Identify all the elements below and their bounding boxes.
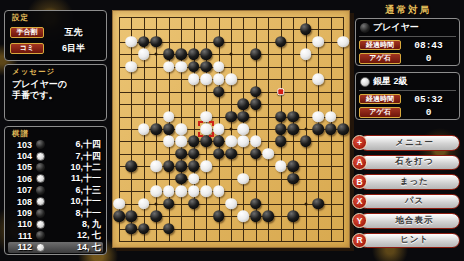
black-stone[interactable] — [151, 210, 163, 222]
black-stone[interactable] — [300, 24, 312, 36]
message-text: プレイヤーの 手番です。 — [8, 77, 103, 101]
black-stone[interactable] — [126, 161, 138, 173]
black-stone[interactable] — [138, 36, 150, 48]
white-stone-icon — [36, 220, 45, 229]
black-stone[interactable] — [225, 148, 237, 160]
black-stone[interactable] — [138, 223, 150, 235]
button-地合表示[interactable]: Y地合表示 — [352, 213, 462, 229]
white-stone[interactable] — [337, 36, 349, 48]
button-label: 石を打つ — [367, 156, 462, 168]
komi-label: コミ — [10, 43, 44, 54]
black-stone[interactable] — [225, 111, 237, 123]
go-game-screen: { "game": "go", "title": "通常対局", "settin… — [0, 0, 464, 261]
white-stone[interactable] — [213, 61, 225, 73]
black-stone[interactable] — [312, 123, 324, 135]
black-stone[interactable] — [200, 136, 212, 148]
white-stone[interactable] — [188, 73, 200, 85]
kifu-move-list[interactable]: 1036,十四1047,十四10510,十二10611,十一1076,十三108… — [8, 139, 103, 253]
black-stone[interactable] — [188, 198, 200, 210]
white-stone[interactable] — [225, 73, 237, 85]
black-stone[interactable] — [287, 161, 299, 173]
white-stone[interactable] — [163, 136, 175, 148]
black-stone[interactable] — [250, 98, 262, 110]
captures-row: アゲ石0 — [359, 53, 456, 64]
handicap-row: 手合割 互先 — [8, 26, 103, 39]
settings-header: 設定 — [8, 13, 103, 23]
white-stone[interactable] — [250, 136, 262, 148]
white-stone[interactable] — [138, 49, 150, 61]
white-stone[interactable] — [163, 185, 175, 197]
white-stone[interactable] — [263, 148, 275, 160]
captures-label: アゲ石 — [359, 107, 401, 118]
black-stone[interactable] — [175, 173, 187, 185]
elapsed-time-label: 経過時間 — [359, 40, 401, 51]
button-label: メニュー — [367, 137, 462, 149]
game-mode-title: 通常対局 — [354, 4, 462, 17]
star-point — [230, 128, 233, 131]
white-stone[interactable] — [300, 49, 312, 61]
black-stone[interactable] — [126, 223, 138, 235]
move-number: 109 — [10, 208, 32, 218]
black-stone[interactable] — [275, 111, 287, 123]
message-header: メッセージ — [8, 67, 103, 77]
black-stone[interactable] — [250, 86, 262, 98]
white-stone[interactable] — [113, 198, 125, 210]
black-stone[interactable] — [325, 123, 337, 135]
board-cursor[interactable] — [198, 121, 214, 137]
star-point — [230, 53, 233, 56]
black-stone[interactable] — [163, 123, 175, 135]
white-stone[interactable] — [213, 123, 225, 135]
captures-row: アゲ石0 — [359, 107, 456, 118]
black-stone-icon — [36, 231, 45, 240]
white-stone-icon — [36, 174, 45, 183]
black-stone[interactable] — [238, 98, 250, 110]
white-stone[interactable] — [175, 185, 187, 197]
black-stone[interactable] — [175, 49, 187, 61]
white-stone[interactable] — [213, 73, 225, 85]
black-stone[interactable] — [200, 61, 212, 73]
button-石を打つ[interactable]: A石を打つ — [352, 155, 462, 171]
white-stone[interactable] — [325, 111, 337, 123]
black-stone[interactable] — [312, 198, 324, 210]
button-label: ヒント — [367, 234, 462, 246]
black-stone[interactable] — [188, 136, 200, 148]
elapsed-time-row: 経過時間05:32 — [359, 94, 456, 105]
black-stone[interactable] — [151, 36, 163, 48]
settings-panel: 設定 手合割 互先 コミ 6目半 — [4, 10, 107, 61]
player-card-2: 銀星 2級経過時間05:32アゲ石0 — [355, 72, 460, 120]
button-label: まった — [367, 176, 462, 188]
grid-line-h — [119, 179, 344, 180]
button-label: 地合表示 — [367, 215, 462, 227]
white-stone[interactable] — [238, 136, 250, 148]
move-number: 110 — [10, 219, 32, 229]
black-stone[interactable] — [163, 161, 175, 173]
move-number: 112 — [10, 242, 32, 252]
captures-label: アゲ石 — [359, 53, 401, 64]
star-point — [304, 202, 307, 205]
captures-value: 0 — [401, 107, 456, 118]
white-stone[interactable] — [175, 123, 187, 135]
message-panel: メッセージ プレイヤーの 手番です。 — [4, 64, 107, 121]
controller-key-icon: A — [352, 155, 367, 170]
white-stone-icon — [36, 197, 45, 206]
white-stone[interactable] — [200, 73, 212, 85]
black-stone[interactable] — [337, 123, 349, 135]
star-point — [155, 53, 158, 56]
white-stone[interactable] — [238, 123, 250, 135]
black-stone[interactable] — [200, 49, 212, 61]
black-stone[interactable] — [213, 210, 225, 222]
black-stone[interactable] — [163, 223, 175, 235]
white-stone-icon — [36, 152, 45, 161]
black-stone[interactable] — [238, 111, 250, 123]
player-name: プレイヤー — [373, 21, 419, 34]
elapsed-time-value: 08:43 — [401, 40, 456, 51]
black-stone[interactable] — [126, 210, 138, 222]
black-stone[interactable] — [163, 49, 175, 61]
go-board[interactable] — [112, 10, 350, 248]
white-stone[interactable] — [188, 173, 200, 185]
handicap-label: 手合割 — [10, 27, 44, 38]
black-stone[interactable] — [287, 210, 299, 222]
button-label: パス — [367, 195, 462, 207]
black-stone[interactable] — [275, 36, 287, 48]
captures-value: 0 — [401, 53, 456, 64]
white-stone[interactable] — [138, 198, 150, 210]
kifu-panel[interactable]: 棋譜 1036,十四1047,十四10510,十二10611,十一1076,十三… — [4, 126, 107, 255]
black-stone[interactable] — [250, 198, 262, 210]
move-position: 14, 七 — [47, 241, 101, 254]
black-stone-icon — [36, 186, 45, 195]
grid-line-v — [268, 17, 269, 242]
kifu-row-112[interactable]: 11214, 七 — [8, 242, 103, 253]
elapsed-time-value: 05:32 — [401, 94, 456, 105]
player-header: 銀星 2級 — [359, 74, 456, 91]
white-stone-icon — [36, 243, 45, 252]
black-stone[interactable] — [175, 161, 187, 173]
player-header: プレイヤー — [359, 20, 456, 37]
white-stone[interactable] — [151, 161, 163, 173]
move-number: 106 — [10, 174, 32, 184]
black-stone[interactable] — [163, 198, 175, 210]
last-move-marker — [277, 88, 285, 96]
komi-row: コミ 6目半 — [8, 42, 103, 55]
black-stone[interactable] — [250, 49, 262, 61]
black-stone-icon — [360, 23, 370, 33]
black-stone[interactable] — [188, 49, 200, 61]
black-stone-icon — [36, 140, 45, 149]
button-まった[interactable]: Bまった — [352, 174, 462, 190]
black-stone[interactable] — [188, 61, 200, 73]
komi-value: 6目半 — [44, 42, 103, 55]
black-stone[interactable] — [213, 86, 225, 98]
grid-line-h — [119, 229, 344, 230]
white-stone[interactable] — [275, 161, 287, 173]
black-stone[interactable] — [300, 136, 312, 148]
black-stone[interactable] — [287, 123, 299, 135]
move-number: 107 — [10, 185, 32, 195]
white-stone[interactable] — [200, 185, 212, 197]
move-number: 103 — [10, 140, 32, 150]
white-stone[interactable] — [225, 136, 237, 148]
black-stone[interactable] — [188, 148, 200, 160]
control-buttons: +メニューA石を打つBまったXパスY地合表示Rヒント — [352, 135, 462, 252]
button-ヒント[interactable]: Rヒント — [352, 233, 462, 249]
white-stone[interactable] — [138, 123, 150, 135]
black-stone[interactable] — [287, 111, 299, 123]
white-stone[interactable] — [238, 210, 250, 222]
white-stone[interactable] — [126, 61, 138, 73]
controller-key-icon: R — [352, 233, 367, 248]
handicap-value: 互先 — [44, 26, 103, 39]
move-number: 105 — [10, 162, 32, 172]
black-stone[interactable] — [213, 36, 225, 48]
white-stone[interactable] — [312, 36, 324, 48]
white-stone[interactable] — [200, 161, 212, 173]
move-number: 111 — [10, 231, 32, 241]
white-stone[interactable] — [312, 111, 324, 123]
controller-key-icon: X — [352, 194, 367, 209]
black-stone[interactable] — [263, 210, 275, 222]
black-stone[interactable] — [287, 173, 299, 185]
white-stone[interactable] — [126, 36, 138, 48]
move-number: 104 — [10, 151, 32, 161]
white-stone[interactable] — [213, 185, 225, 197]
grid-line-h — [119, 241, 344, 242]
white-stone[interactable] — [175, 61, 187, 73]
black-stone[interactable] — [188, 161, 200, 173]
white-stone[interactable] — [163, 111, 175, 123]
button-パス[interactable]: Xパス — [352, 194, 462, 210]
black-stone[interactable] — [151, 123, 163, 135]
black-stone[interactable] — [113, 210, 125, 222]
move-number: 108 — [10, 197, 32, 207]
white-stone[interactable] — [163, 61, 175, 73]
white-stone[interactable] — [312, 73, 324, 85]
black-stone[interactable] — [275, 123, 287, 135]
black-stone[interactable] — [213, 148, 225, 160]
black-stone-icon — [36, 163, 45, 172]
button-メニュー[interactable]: +メニュー — [352, 135, 462, 151]
black-stone[interactable] — [275, 136, 287, 148]
black-stone-icon — [36, 209, 45, 218]
player-card-1: プレイヤー経過時間08:43アゲ石0 — [355, 18, 460, 66]
star-point — [155, 202, 158, 205]
white-stone[interactable] — [151, 185, 163, 197]
black-stone[interactable] — [250, 148, 262, 160]
white-stone[interactable] — [175, 136, 187, 148]
elapsed-time-row: 経過時間08:43 — [359, 40, 456, 51]
elapsed-time-label: 経過時間 — [359, 94, 401, 105]
black-stone[interactable] — [250, 210, 262, 222]
white-stone[interactable] — [238, 173, 250, 185]
white-stone[interactable] — [188, 185, 200, 197]
white-stone[interactable] — [225, 198, 237, 210]
star-point — [304, 128, 307, 131]
black-stone[interactable] — [213, 136, 225, 148]
black-stone[interactable] — [175, 148, 187, 160]
white-stone-icon — [360, 77, 370, 87]
player-name: 銀星 2級 — [373, 75, 408, 88]
